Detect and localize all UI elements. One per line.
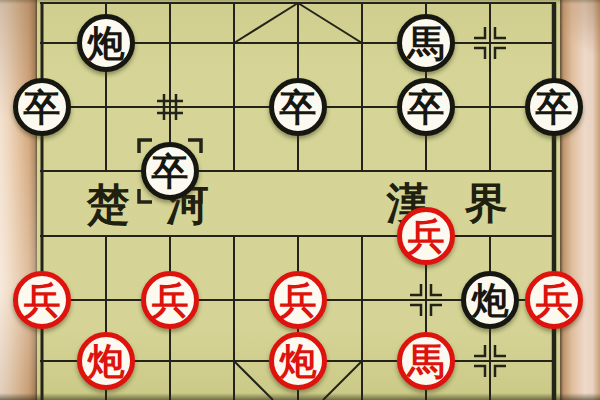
river-label-chu: 楚 xyxy=(87,183,130,226)
point-marker-f8r3 xyxy=(474,48,485,59)
piece-red-horse-f7r8[interactable]: 馬 xyxy=(397,332,455,390)
wood-frame-left xyxy=(0,0,37,400)
point-marker-f7r7 xyxy=(431,305,442,316)
piece-black-soldier-f9r4[interactable]: 卒 xyxy=(525,78,583,136)
point-marker-f8r8 xyxy=(474,366,485,377)
point-marker-f8r8 xyxy=(474,345,485,356)
point-marker-f8r3 xyxy=(474,27,485,38)
bottom-edge-shadow xyxy=(0,393,600,400)
piece-red-soldier-f9r7[interactable]: 兵 xyxy=(525,271,583,329)
point-marker-f7r7 xyxy=(410,284,421,295)
piece-red-soldier-f7r6[interactable]: 兵 xyxy=(397,207,455,265)
wood-frame-right xyxy=(560,0,600,400)
point-marker-f8r3 xyxy=(495,48,506,59)
piece-red-cannon-f2r8[interactable]: 炮 xyxy=(77,332,135,390)
point-marker-f7r7 xyxy=(410,305,421,316)
point-marker-f8r3 xyxy=(495,27,506,38)
piece-black-soldier-f7r4[interactable]: 卒 xyxy=(397,78,455,136)
xiangqi-board-view: 楚 河 漢 界 炮馬卒卒卒卒卒兵兵兵兵炮兵炮炮馬 xyxy=(0,0,600,400)
piece-black-cannon-f2r3[interactable]: 炮 xyxy=(77,14,135,72)
piece-black-soldier-f1r4[interactable]: 卒 xyxy=(13,78,71,136)
piece-black-horse-f7r3[interactable]: 馬 xyxy=(397,14,455,72)
piece-red-soldier-f5r7[interactable]: 兵 xyxy=(269,271,327,329)
top-edge-shadow xyxy=(0,0,600,4)
river-label-jie: 界 xyxy=(465,182,508,225)
piece-black-soldier-f3r5[interactable]: 卒 xyxy=(141,142,199,200)
piece-black-soldier-f5r4[interactable]: 卒 xyxy=(269,78,327,136)
point-marker-f8r8 xyxy=(495,366,506,377)
piece-red-soldier-f3r7[interactable]: 兵 xyxy=(141,271,199,329)
black-palace-diagonal xyxy=(298,3,362,43)
point-marker-f7r7 xyxy=(431,284,442,295)
piece-red-cannon-f5r8[interactable]: 炮 xyxy=(269,332,327,390)
piece-black-cannon-f8r7[interactable]: 炮 xyxy=(461,271,519,329)
piece-red-soldier-f1r7[interactable]: 兵 xyxy=(13,271,71,329)
point-marker-f8r8 xyxy=(495,345,506,356)
xiangqi-board[interactable]: 楚 河 漢 界 炮馬卒卒卒卒卒兵兵兵兵炮兵炮炮馬 xyxy=(0,0,600,400)
black-palace-diagonal xyxy=(234,3,298,43)
